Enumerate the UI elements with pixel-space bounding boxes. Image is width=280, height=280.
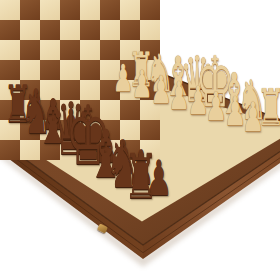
square-a1[interactable]: [0, 0, 20, 20]
square-b3[interactable]: [20, 40, 40, 60]
chess-set-photo: ♜♞♝♛♚♝♞♜♟♟♟♟♟♟♟♟♟♟♟♟♟♟♟♟♜♞♝♛♚♝♞♜: [0, 0, 280, 280]
square-e2[interactable]: [80, 20, 100, 40]
square-g1[interactable]: [120, 0, 140, 20]
square-g2[interactable]: [120, 20, 140, 40]
square-e3[interactable]: [80, 40, 100, 60]
square-c2[interactable]: [40, 20, 60, 40]
square-e4[interactable]: [80, 60, 100, 80]
square-f2[interactable]: [100, 20, 120, 40]
square-a2[interactable]: [0, 20, 20, 40]
square-b2[interactable]: [20, 20, 40, 40]
piece-white-pawn-h2[interactable]: ♟: [242, 97, 264, 137]
square-h7[interactable]: [140, 120, 160, 140]
square-a3[interactable]: [0, 40, 20, 60]
square-b1[interactable]: [20, 0, 40, 20]
square-f1[interactable]: [100, 0, 120, 20]
square-d2[interactable]: [60, 20, 80, 40]
piece-white-pawn-b2[interactable]: ♟: [131, 66, 152, 104]
square-d1[interactable]: [60, 0, 80, 20]
square-h2[interactable]: [140, 20, 160, 40]
square-a8[interactable]: [0, 140, 20, 160]
square-c3[interactable]: [40, 40, 60, 60]
square-c1[interactable]: [40, 0, 60, 20]
piece-black-rook-h8[interactable]: ♜: [124, 147, 158, 209]
square-e1[interactable]: [80, 0, 100, 20]
square-c4[interactable]: [40, 60, 60, 80]
square-h1[interactable]: [140, 0, 160, 20]
square-d3[interactable]: [60, 40, 80, 60]
square-d4[interactable]: [60, 60, 80, 80]
